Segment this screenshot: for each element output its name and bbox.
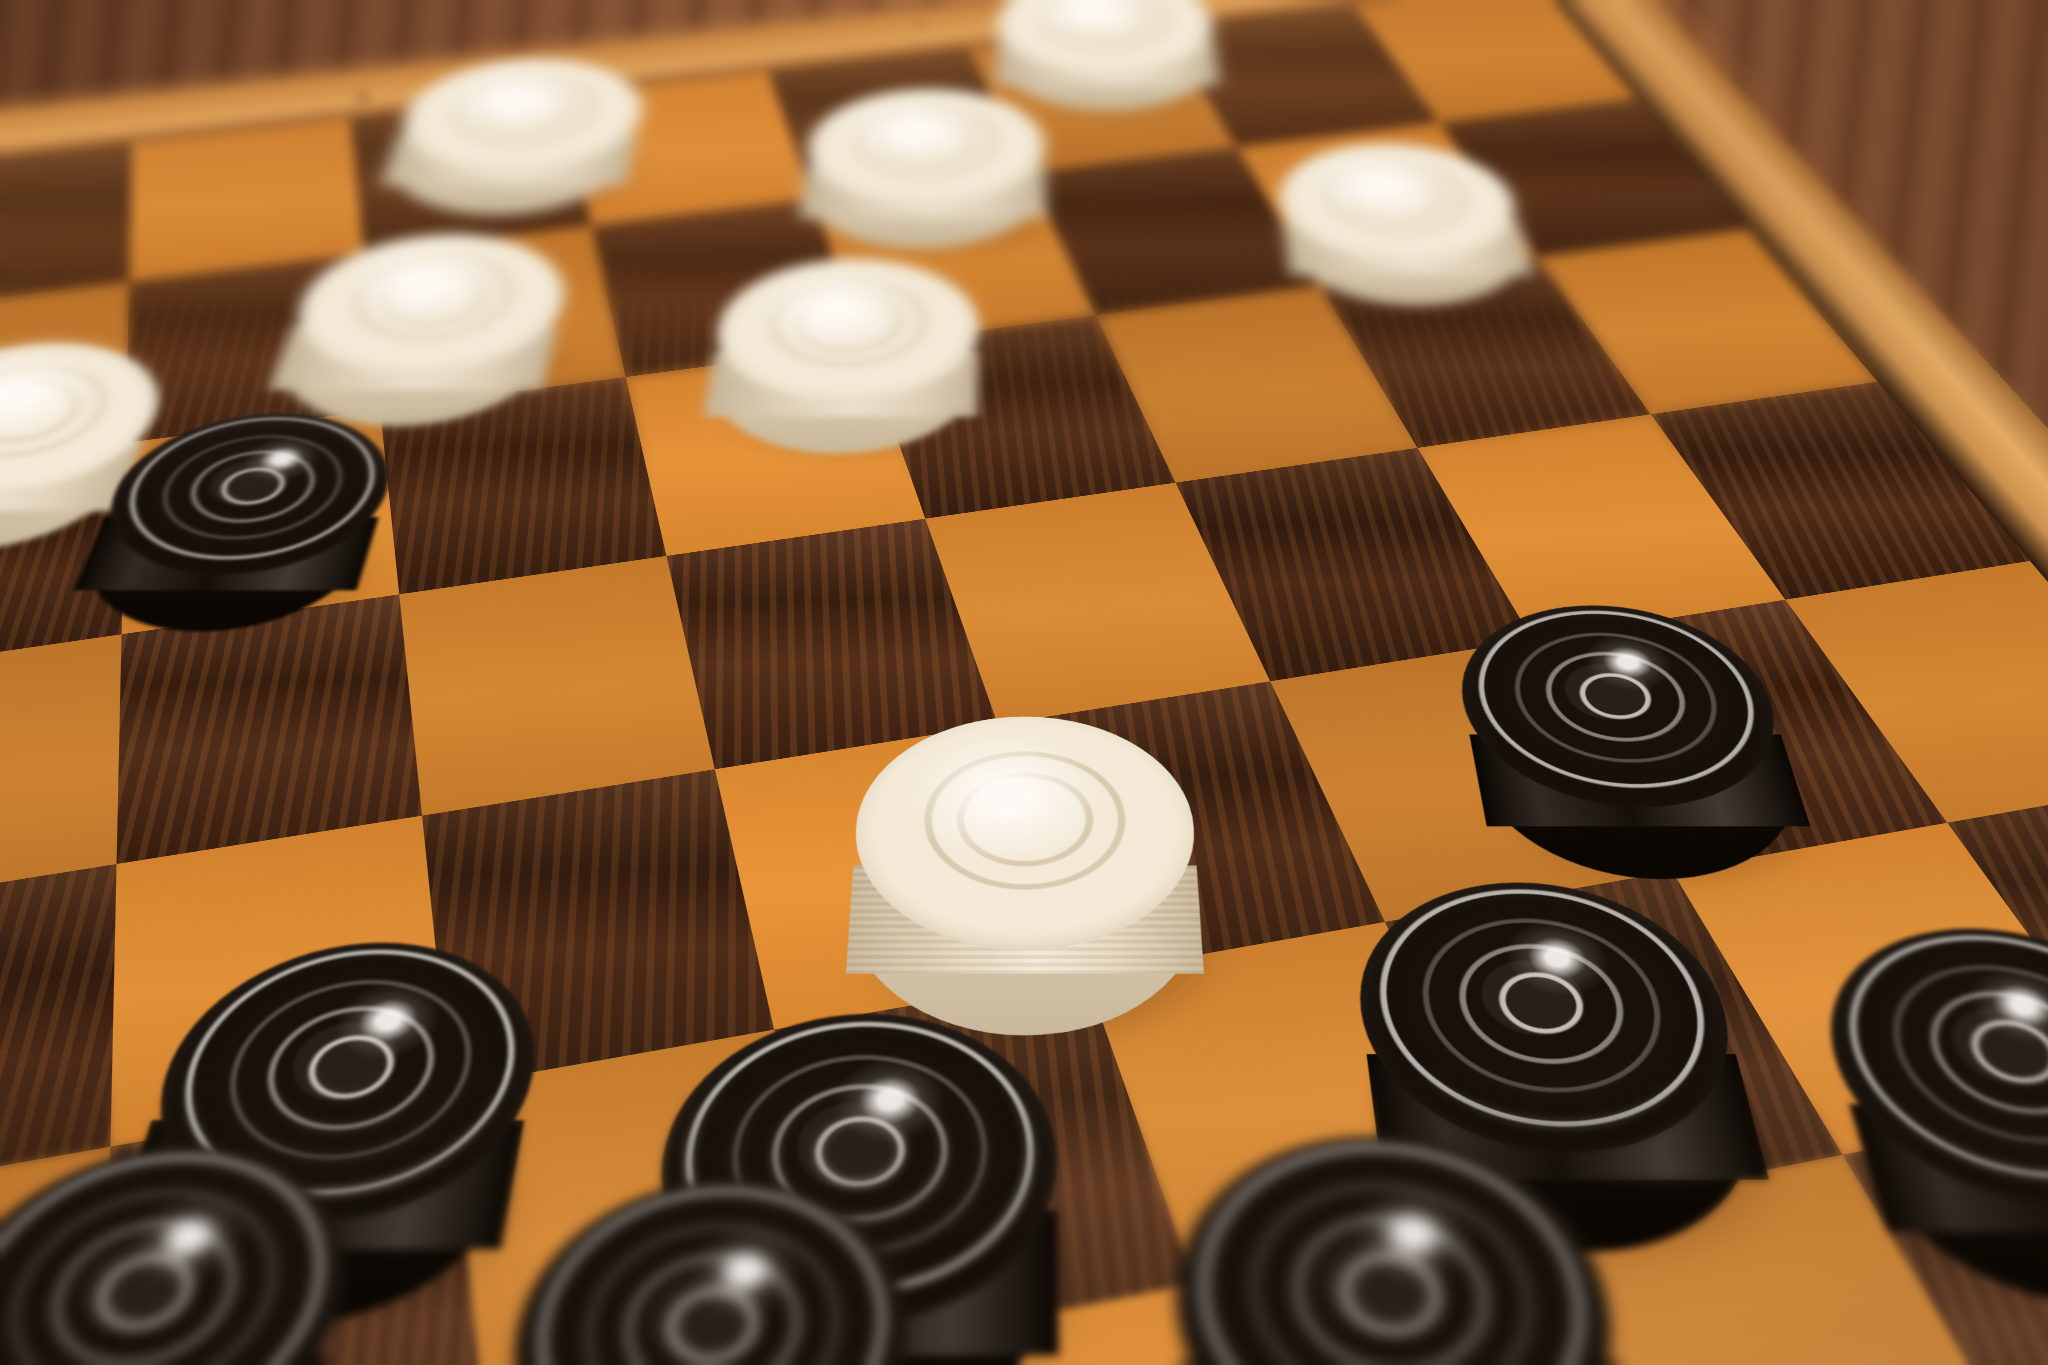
checker-white-d2[interactable] [698, 258, 980, 452]
board-wrap: P [0, 0, 2048, 1365]
piece-top [1167, 1136, 1645, 1365]
checker-black-a7[interactable] [0, 1147, 377, 1365]
checkers-board: P [0, 0, 2048, 1365]
checker-white-d5[interactable] [841, 716, 1208, 1035]
piece-top [801, 88, 1046, 206]
piece-top [0, 1147, 377, 1365]
piece-top [486, 1180, 912, 1365]
checker-white-g2[interactable] [1272, 143, 1542, 305]
photo-stage: P [0, 0, 2048, 1365]
checker-white-e1[interactable] [796, 88, 1046, 247]
